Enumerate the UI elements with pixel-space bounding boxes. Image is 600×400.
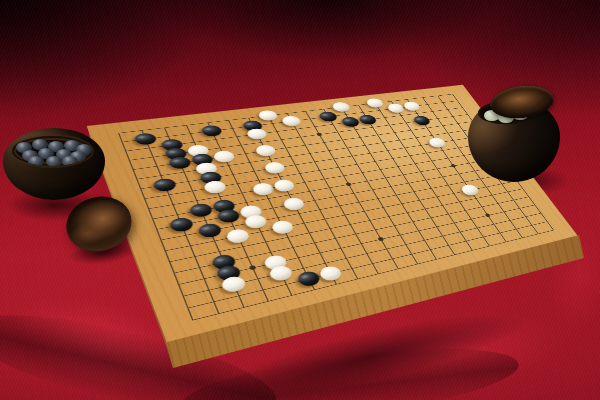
black-stone-bowl [3,128,105,200]
black-tray-stone [46,156,62,166]
black-stone-bowl-opening [12,136,92,166]
white-stone-bowl [468,90,560,182]
go-board-photo-scene [0,0,600,400]
